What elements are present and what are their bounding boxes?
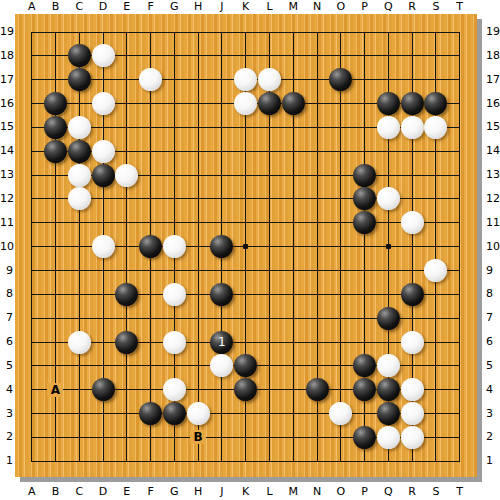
grid-line-horizontal-1 <box>31 461 460 462</box>
stone-black-D4[interactable] <box>92 378 115 401</box>
coord-label-top-K: K <box>235 0 257 14</box>
coord-label-right-2: 2 <box>486 430 493 444</box>
coord-label-top-H: H <box>187 0 209 14</box>
coord-label-top-G: G <box>163 0 185 14</box>
coord-label-top-C: C <box>68 0 90 14</box>
coord-label-left-2: 2 <box>0 430 13 444</box>
coord-label-left-11: 11 <box>0 216 13 230</box>
coord-label-left-9: 9 <box>0 264 13 278</box>
coord-label-left-3: 3 <box>0 407 13 421</box>
coord-label-bottom-R: R <box>401 484 423 499</box>
coord-label-right-3: 3 <box>486 407 493 421</box>
coord-label-top-F: F <box>140 0 162 14</box>
grid-line-vertical-T <box>459 32 460 462</box>
coord-label-left-15: 15 <box>0 120 13 134</box>
stone-white-R4[interactable] <box>401 378 424 401</box>
coord-label-bottom-O: O <box>330 484 352 499</box>
marker-letter-A[interactable]: A <box>47 383 63 397</box>
coord-label-top-E: E <box>116 0 138 14</box>
marker-letter-B[interactable]: B <box>190 430 206 444</box>
stone-black-C17[interactable] <box>68 68 91 91</box>
coord-label-left-7: 7 <box>0 311 13 325</box>
coord-label-right-13: 13 <box>486 168 500 182</box>
coord-label-right-7: 7 <box>486 311 493 325</box>
go-diagram: AB1AABBCCDDEEFFGGHHJJKKLLMMNNOOPPQQRRSST… <box>0 0 500 500</box>
coord-label-top-P: P <box>354 0 376 14</box>
stone-white-E13[interactable] <box>115 164 138 187</box>
coord-label-right-11: 11 <box>486 216 500 230</box>
coord-label-left-5: 5 <box>0 359 13 373</box>
coord-label-right-15: 15 <box>486 120 500 134</box>
coord-label-right-6: 6 <box>486 335 493 349</box>
coord-label-left-16: 16 <box>0 97 13 111</box>
coord-label-bottom-B: B <box>44 484 66 499</box>
stone-white-C13[interactable] <box>68 164 91 187</box>
stone-white-Q2[interactable] <box>377 426 400 449</box>
stone-white-D16[interactable] <box>92 92 115 115</box>
stone-white-H3[interactable] <box>187 402 210 425</box>
stone-white-G6[interactable] <box>163 331 186 354</box>
stone-white-C15[interactable] <box>68 116 91 139</box>
stone-black-B16[interactable] <box>44 92 67 115</box>
coord-label-top-L: L <box>259 0 281 14</box>
coord-label-bottom-D: D <box>92 484 114 499</box>
stone-black-R16[interactable] <box>401 92 424 115</box>
coord-label-bottom-H: H <box>187 484 209 499</box>
stone-white-D14[interactable] <box>92 140 115 163</box>
stone-black-E8[interactable] <box>115 283 138 306</box>
coord-label-left-6: 6 <box>0 335 13 349</box>
coord-label-bottom-C: C <box>68 484 90 499</box>
coord-label-right-8: 8 <box>486 287 493 301</box>
coord-label-left-10: 10 <box>0 240 13 254</box>
coord-label-right-18: 18 <box>486 49 500 63</box>
coord-label-left-4: 4 <box>0 383 13 397</box>
coord-label-top-J: J <box>211 0 233 14</box>
coord-label-top-A: A <box>21 0 43 14</box>
stone-black-C14[interactable] <box>68 140 91 163</box>
coord-label-top-R: R <box>401 0 423 14</box>
coord-label-top-O: O <box>330 0 352 14</box>
coord-label-bottom-Q: Q <box>377 484 399 499</box>
stone-white-R11[interactable] <box>401 211 424 234</box>
coord-label-left-1: 1 <box>0 454 13 468</box>
stone-white-G4[interactable] <box>163 378 186 401</box>
stone-black-M16[interactable] <box>282 92 305 115</box>
coord-label-left-18: 18 <box>0 49 13 63</box>
coord-label-bottom-K: K <box>235 484 257 499</box>
stone-black-P13[interactable] <box>353 164 376 187</box>
stone-white-D10[interactable] <box>92 235 115 258</box>
coord-label-left-12: 12 <box>0 192 13 206</box>
grid-line-horizontal-6 <box>31 342 460 343</box>
coord-label-bottom-P: P <box>354 484 376 499</box>
coord-label-right-17: 17 <box>486 73 500 87</box>
coord-label-bottom-A: A <box>21 484 43 499</box>
stone-black-Q7[interactable] <box>377 307 400 330</box>
stone-black-D13[interactable] <box>92 164 115 187</box>
coord-label-bottom-M: M <box>282 484 304 499</box>
stone-black-R8[interactable] <box>401 283 424 306</box>
stone-black-G3[interactable] <box>163 402 186 425</box>
coord-label-bottom-T: T <box>449 484 471 499</box>
coord-label-bottom-E: E <box>116 484 138 499</box>
stone-white-R3[interactable] <box>401 402 424 425</box>
coord-label-right-14: 14 <box>486 144 500 158</box>
star-point-K10 <box>243 244 248 249</box>
move-number-1: 1 <box>218 336 226 348</box>
coord-label-left-14: 14 <box>0 144 13 158</box>
stone-white-R6[interactable] <box>401 331 424 354</box>
coord-label-right-19: 19 <box>486 25 500 39</box>
stone-black-Q16[interactable] <box>377 92 400 115</box>
coord-label-bottom-N: N <box>306 484 328 499</box>
coord-label-right-10: 10 <box>486 240 500 254</box>
coord-label-right-1: 1 <box>486 454 493 468</box>
coord-label-bottom-J: J <box>211 484 233 499</box>
coord-label-left-8: 8 <box>0 287 13 301</box>
coord-label-bottom-G: G <box>163 484 185 499</box>
coord-label-bottom-F: F <box>140 484 162 499</box>
coord-label-bottom-S: S <box>425 484 447 499</box>
coord-label-left-17: 17 <box>0 73 13 87</box>
coord-label-top-Q: Q <box>377 0 399 14</box>
stone-black-Q4[interactable] <box>377 378 400 401</box>
stone-black-P2[interactable] <box>353 426 376 449</box>
grid-line-horizontal-8 <box>31 294 460 295</box>
stone-black-B14[interactable] <box>44 140 67 163</box>
stone-white-C6[interactable] <box>68 331 91 354</box>
stone-white-G8[interactable] <box>163 283 186 306</box>
coord-label-bottom-L: L <box>259 484 281 499</box>
coord-label-left-13: 13 <box>0 168 13 182</box>
stone-white-R2[interactable] <box>401 426 424 449</box>
stone-black-B15[interactable] <box>44 116 67 139</box>
coord-label-top-N: N <box>306 0 328 14</box>
stone-black-N4[interactable] <box>306 378 329 401</box>
star-point-Q10 <box>386 244 391 249</box>
stone-black-C18[interactable] <box>68 44 91 67</box>
grid-line-horizontal-9 <box>31 270 460 271</box>
coord-label-right-5: 5 <box>486 359 493 373</box>
coord-label-left-19: 19 <box>0 25 13 39</box>
coord-label-top-D: D <box>92 0 114 14</box>
coord-label-right-9: 9 <box>486 264 493 278</box>
stone-white-D18[interactable] <box>92 44 115 67</box>
grid-line-vertical-O <box>340 32 341 462</box>
stone-white-Q15[interactable] <box>377 116 400 139</box>
stone-white-G10[interactable] <box>163 235 186 258</box>
coord-label-top-M: M <box>282 0 304 14</box>
coord-label-top-T: T <box>449 0 471 14</box>
coord-label-top-B: B <box>44 0 66 14</box>
stone-black-L16[interactable] <box>258 92 281 115</box>
coord-label-top-S: S <box>425 0 447 14</box>
stone-black-Q3[interactable] <box>377 402 400 425</box>
coord-label-right-12: 12 <box>486 192 500 206</box>
stone-white-R15[interactable] <box>401 116 424 139</box>
coord-label-right-16: 16 <box>486 97 500 111</box>
coord-label-right-4: 4 <box>486 383 493 397</box>
stone-black-J6[interactable]: 1 <box>210 331 233 354</box>
stone-black-E6[interactable] <box>115 331 138 354</box>
